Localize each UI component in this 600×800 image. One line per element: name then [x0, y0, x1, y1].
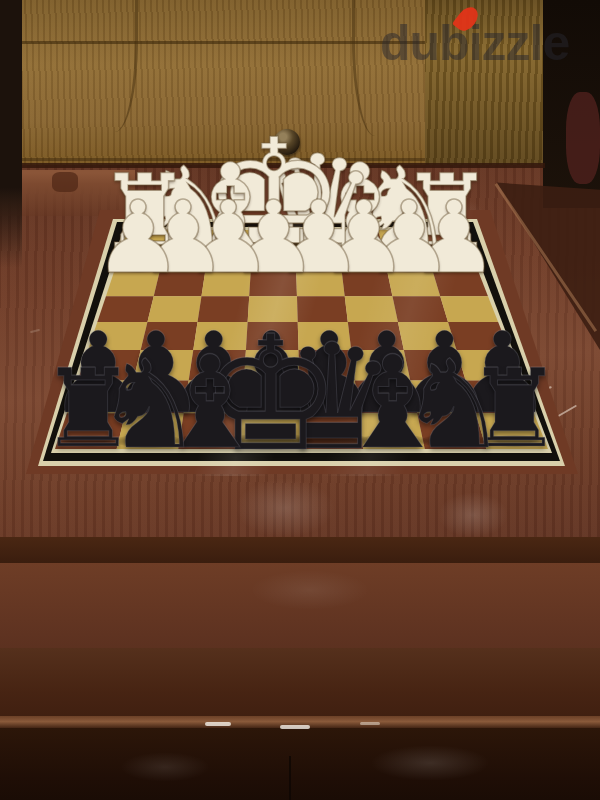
piece-white-pawn-h2[interactable]: ♟: [93, 188, 183, 288]
piece-black-rook-h8[interactable]: ♜: [40, 355, 137, 463]
